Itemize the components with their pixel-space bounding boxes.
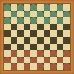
board-square[interactable] [4,24,11,31]
board-square[interactable] [17,50,24,57]
board-square[interactable] [44,37,51,44]
checker-piece-red[interactable]: ● [63,50,70,56]
checker-piece-red[interactable]: ● [37,50,44,56]
checker-piece-green[interactable]: ● [50,11,57,17]
checker-piece-red[interactable]: ● [50,50,57,56]
board-square[interactable] [63,17,70,24]
board-square[interactable] [30,37,37,44]
board-square[interactable] [17,37,24,44]
checker-piece-green[interactable]: ● [57,4,64,10]
board-square[interactable] [17,11,24,18]
board-square[interactable]: ● [24,63,31,70]
board-square[interactable]: ● [11,50,18,57]
checker-piece-green[interactable]: ● [37,11,44,17]
checker-piece-green[interactable]: ● [24,11,31,17]
board-square[interactable] [30,50,37,57]
board-square[interactable]: ● [63,11,70,18]
board-square[interactable]: ● [44,4,51,11]
board-square[interactable] [4,44,11,51]
checkers-board-frame: ●●●●●●●●●●●●●●●●●●●●●●●●●●●●●● [0,0,74,74]
board-square[interactable] [30,44,37,51]
board-square[interactable] [63,57,70,64]
board-square[interactable] [4,30,11,37]
board-square[interactable] [24,44,31,51]
board-square[interactable] [37,30,44,37]
board-square[interactable] [57,50,64,57]
board-square[interactable] [37,44,44,51]
board-square[interactable]: ● [24,50,31,57]
board-square[interactable] [63,37,70,44]
board-square[interactable]: ● [37,63,44,70]
board-square[interactable]: ● [37,11,44,18]
checker-piece-green[interactable]: ● [4,4,11,10]
board-square[interactable] [50,30,57,37]
board-square[interactable] [17,63,24,70]
board-square[interactable] [24,4,31,11]
checker-piece-red[interactable]: ● [30,57,37,63]
board-square[interactable] [37,24,44,31]
board-square[interactable] [24,24,31,31]
board-square[interactable]: ● [57,57,64,64]
board-square[interactable]: ● [57,17,64,24]
board-square[interactable]: ● [63,63,70,70]
board-square[interactable] [44,50,51,57]
board-square[interactable] [4,11,11,18]
board-square[interactable] [37,17,44,24]
board-square[interactable] [50,37,57,44]
checker-piece-red[interactable]: ● [63,63,70,69]
checker-piece-green[interactable]: ● [57,17,64,23]
board-square[interactable]: ● [17,57,24,64]
board-square[interactable] [57,30,64,37]
board-square[interactable] [50,17,57,24]
checker-piece-red[interactable]: ● [17,57,24,63]
checker-piece-red[interactable]: ● [37,63,44,69]
checker-piece-red[interactable]: ● [24,50,31,56]
board-square[interactable]: ● [30,57,37,64]
board-square[interactable]: ● [57,4,64,11]
board-square[interactable] [37,57,44,64]
checker-piece-red[interactable]: ● [44,57,51,63]
board-square[interactable]: ● [50,50,57,57]
board-square[interactable] [50,24,57,31]
checker-piece-green[interactable]: ● [44,17,51,23]
board-square[interactable] [11,44,18,51]
board-square[interactable] [57,24,64,31]
board-square[interactable]: ● [30,17,37,24]
board-square[interactable] [30,24,37,31]
board-square[interactable] [44,63,51,70]
board-square[interactable] [24,17,31,24]
board-square[interactable]: ● [30,4,37,11]
board-square[interactable] [63,44,70,51]
board-square[interactable]: ● [63,50,70,57]
checker-piece-red[interactable]: ● [24,63,31,69]
board-square[interactable] [44,44,51,51]
board-square[interactable] [30,30,37,37]
board-square[interactable] [11,57,18,64]
board-square[interactable] [4,37,11,44]
board-square[interactable]: ● [50,63,57,70]
board-square[interactable]: ● [17,17,24,24]
checker-piece-green[interactable]: ● [11,11,18,17]
checker-piece-red[interactable]: ● [11,50,18,56]
board-square[interactable]: ● [24,11,31,18]
checker-piece-green[interactable]: ● [30,17,37,23]
board-square[interactable] [17,24,24,31]
board-square[interactable] [30,11,37,18]
board-square[interactable] [4,50,11,57]
board-square[interactable]: ● [4,17,11,24]
checker-piece-green[interactable]: ● [44,4,51,10]
board-square[interactable] [24,37,31,44]
board-square[interactable] [63,24,70,31]
board-square[interactable] [17,44,24,51]
board-square[interactable] [63,30,70,37]
board-square[interactable] [44,30,51,37]
board-square[interactable] [57,63,64,70]
board-square[interactable] [11,37,18,44]
checker-piece-red[interactable]: ● [4,57,11,63]
board-square[interactable] [63,4,70,11]
board-square[interactable] [57,37,64,44]
board-square[interactable] [17,30,24,37]
board-square[interactable]: ● [37,50,44,57]
checker-piece-green[interactable]: ● [17,17,24,23]
board-square[interactable]: ● [11,63,18,70]
board-square[interactable] [50,4,57,11]
board-square[interactable] [50,44,57,51]
checker-piece-green[interactable]: ● [30,4,37,10]
board-square[interactable]: ● [4,4,11,11]
board-square[interactable] [24,30,31,37]
board-square[interactable] [44,11,51,18]
board-square[interactable]: ● [44,17,51,24]
board-square[interactable] [11,4,18,11]
board-square[interactable] [4,63,11,70]
checker-piece-red[interactable]: ● [57,57,64,63]
board-square[interactable] [11,30,18,37]
checker-piece-red[interactable]: ● [50,63,57,69]
checker-piece-green[interactable]: ● [17,4,24,10]
checkers-board-grid: ●●●●●●●●●●●●●●●●●●●●●●●●●●●●●● [4,4,70,70]
board-square[interactable]: ● [44,57,51,64]
board-square[interactable]: ● [17,4,24,11]
board-square[interactable] [30,63,37,70]
board-square[interactable]: ● [11,11,18,18]
board-square[interactable] [24,57,31,64]
board-square[interactable] [57,11,64,18]
checker-piece-green[interactable]: ● [63,11,70,17]
checker-piece-red[interactable]: ● [11,63,18,69]
board-square[interactable]: ● [4,57,11,64]
board-square[interactable] [37,4,44,11]
board-square[interactable] [50,57,57,64]
checker-piece-green[interactable]: ● [4,17,11,23]
board-square[interactable] [44,24,51,31]
board-square[interactable] [57,44,64,51]
board-square[interactable]: ● [50,11,57,18]
board-square[interactable] [11,17,18,24]
board-square[interactable] [11,24,18,31]
board-square[interactable] [37,37,44,44]
